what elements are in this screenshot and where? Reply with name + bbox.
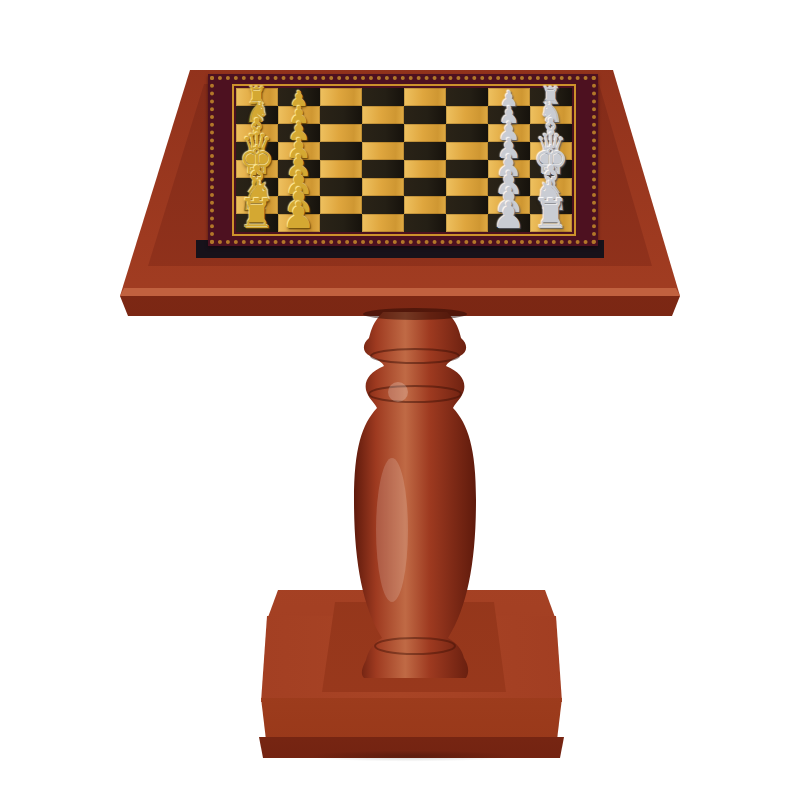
square-g5[interactable] (404, 196, 446, 214)
square-d3[interactable] (320, 142, 362, 160)
square-a6[interactable] (446, 88, 488, 106)
square-f6[interactable] (446, 178, 488, 196)
square-d5[interactable] (404, 142, 446, 160)
square-h1[interactable]: ♜ (236, 214, 278, 232)
square-d6[interactable] (446, 142, 488, 160)
pedestal (335, 306, 495, 686)
square-h2[interactable]: ♟ (278, 214, 320, 232)
square-c5[interactable] (404, 124, 446, 142)
square-e5[interactable] (404, 160, 446, 178)
piece-silver-rook[interactable]: ♜ (533, 194, 570, 235)
square-e3[interactable] (320, 160, 362, 178)
square-b4[interactable] (362, 106, 404, 124)
square-h4[interactable] (362, 214, 404, 232)
square-h3[interactable] (320, 214, 362, 232)
piece-gold-rook[interactable]: ♜ (239, 194, 276, 235)
square-g6[interactable] (446, 196, 488, 214)
square-h7[interactable]: ♟ (488, 214, 530, 232)
pedestal-top-shadow (363, 308, 467, 320)
square-c3[interactable] (320, 124, 362, 142)
square-h6[interactable] (446, 214, 488, 232)
square-a4[interactable] (362, 88, 404, 106)
square-b3[interactable] (320, 106, 362, 124)
square-g4[interactable] (362, 196, 404, 214)
chess-board: ♜♟♟♜♞♟♟♞♝♟♟♝♛♟♟♛♚♟♟♚♝♟♟♝♞♟♟♞♜♟♟♜ (236, 88, 572, 232)
square-h5[interactable] (404, 214, 446, 232)
piece-silver-pawn[interactable]: ♟ (493, 198, 526, 235)
square-e4[interactable] (362, 160, 404, 178)
square-f3[interactable] (320, 178, 362, 196)
square-f5[interactable] (404, 178, 446, 196)
pedestal-gloss-highlight-2 (388, 382, 408, 402)
square-c6[interactable] (446, 124, 488, 142)
square-e6[interactable] (446, 160, 488, 178)
pedestal-gloss-highlight (376, 458, 408, 602)
square-g3[interactable] (320, 196, 362, 214)
square-a3[interactable] (320, 88, 362, 106)
piece-gold-pawn[interactable]: ♟ (283, 198, 316, 235)
square-b5[interactable] (404, 106, 446, 124)
base-drop-shadow (262, 748, 558, 764)
square-b6[interactable] (446, 106, 488, 124)
square-d4[interactable] (362, 142, 404, 160)
product-photo-scene: ♜♟♟♜♞♟♟♞♝♟♟♝♛♟♟♛♚♟♟♚♝♟♟♝♞♟♟♞♜♟♟♜ (0, 0, 800, 800)
pedestal-silhouette (354, 308, 476, 678)
square-c4[interactable] (362, 124, 404, 142)
square-f4[interactable] (362, 178, 404, 196)
square-h8[interactable]: ♜ (530, 214, 572, 232)
square-a5[interactable] (404, 88, 446, 106)
